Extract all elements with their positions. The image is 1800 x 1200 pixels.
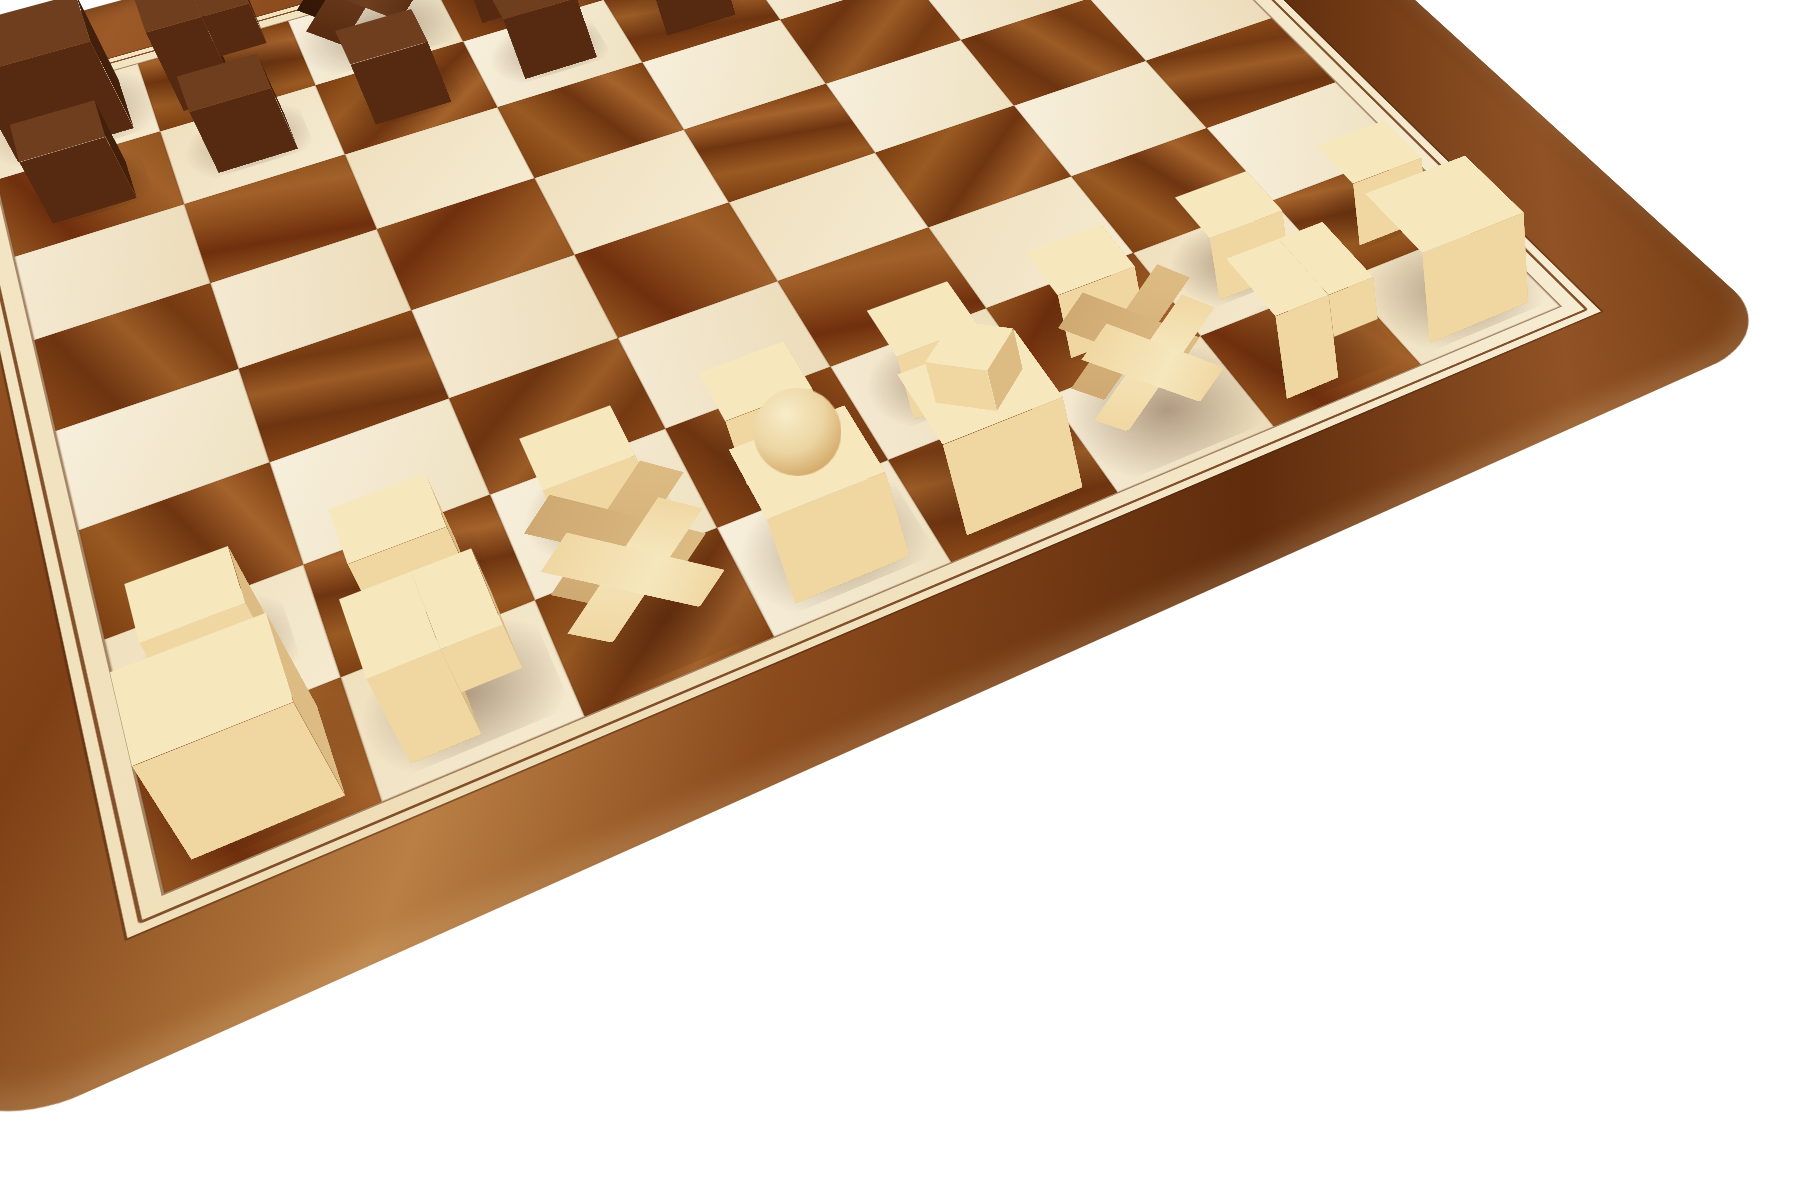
photo-scene xyxy=(0,0,1800,1200)
chess-board xyxy=(0,0,1782,1152)
queen-sphere xyxy=(753,388,841,476)
